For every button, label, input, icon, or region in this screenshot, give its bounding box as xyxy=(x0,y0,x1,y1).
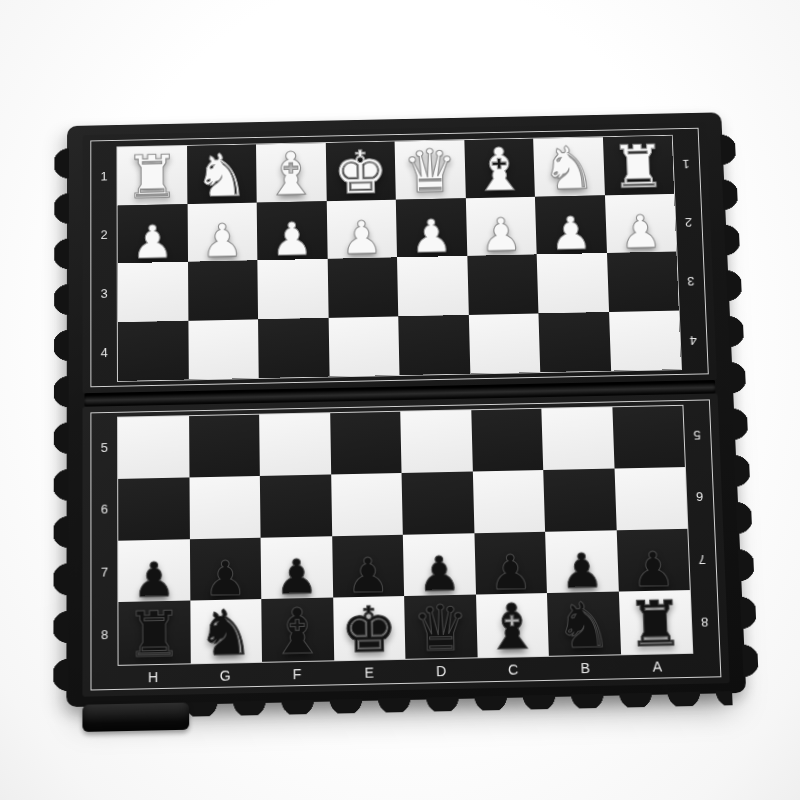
square-c8[interactable]: ♝ xyxy=(476,593,549,657)
black-rook[interactable]: ♜ xyxy=(126,603,183,667)
case-inner: 1 2 3 4 ♜♞♝♚♛♝♞♜♟♟♟♟♟♟♟♟ 1 2 3 4 xyxy=(82,122,729,697)
white-pawn[interactable]: ♟ xyxy=(619,208,663,254)
square-h6[interactable] xyxy=(118,477,189,540)
chess-set-scene: 1 2 3 4 ♜♞♝♚♛♝♞♜♟♟♟♟♟♟♟♟ 1 2 3 4 xyxy=(56,93,744,707)
black-king[interactable]: ♚ xyxy=(340,598,398,662)
white-knight[interactable]: ♞ xyxy=(540,138,597,198)
square-h4[interactable] xyxy=(118,320,189,381)
square-c4[interactable] xyxy=(468,313,540,374)
square-d8[interactable]: ♛ xyxy=(404,595,477,659)
square-g8[interactable]: ♞ xyxy=(190,599,262,663)
file-label-c: C xyxy=(508,662,520,676)
black-pawn[interactable]: ♟ xyxy=(204,554,247,602)
white-pawn[interactable]: ♟ xyxy=(131,219,173,265)
rank-label-1-mirrored: 1 xyxy=(683,157,691,169)
black-knight[interactable]: ♞ xyxy=(555,594,614,658)
square-c1[interactable]: ♝ xyxy=(464,139,535,198)
file-label-b: B xyxy=(580,660,591,674)
square-a5[interactable] xyxy=(612,406,685,468)
square-b2[interactable]: ♟ xyxy=(535,195,607,255)
square-h7[interactable]: ♟ xyxy=(118,539,190,603)
square-d3[interactable] xyxy=(397,256,468,316)
white-bishop[interactable]: ♝ xyxy=(471,139,527,199)
rank-label-5-mirrored: 5 xyxy=(694,429,702,442)
black-bishop[interactable]: ♝ xyxy=(483,595,541,659)
white-pawn[interactable]: ♟ xyxy=(340,214,383,260)
square-d5[interactable] xyxy=(400,410,472,473)
square-g1[interactable]: ♞ xyxy=(187,144,257,203)
black-pawn[interactable]: ♟ xyxy=(489,548,533,596)
board-bottom-half: 5 6 7 8 ♟♟♟♟♟♟♟♟♜♞♝♚♛♝♞♜ 5 6 7 8 xyxy=(82,393,729,696)
file-label-d: D xyxy=(436,663,447,677)
square-d6[interactable] xyxy=(402,471,474,534)
square-f7[interactable]: ♟ xyxy=(261,536,333,600)
white-king[interactable]: ♚ xyxy=(333,142,389,202)
square-c2[interactable]: ♟ xyxy=(465,196,536,256)
square-c6[interactable] xyxy=(472,470,545,533)
black-pawn[interactable]: ♟ xyxy=(417,550,461,598)
rank-label-8-mirrored: 8 xyxy=(701,615,709,628)
file-label-h: H xyxy=(148,669,159,683)
black-rook[interactable]: ♜ xyxy=(626,592,685,656)
square-e8[interactable]: ♚ xyxy=(333,596,406,660)
square-h2[interactable]: ♟ xyxy=(118,204,188,264)
square-f3[interactable] xyxy=(257,259,328,319)
square-a4[interactable] xyxy=(609,310,681,370)
square-f6[interactable] xyxy=(260,474,332,537)
square-c5[interactable] xyxy=(471,409,543,471)
square-b6[interactable] xyxy=(543,468,616,531)
square-f8[interactable]: ♝ xyxy=(261,598,333,662)
white-pawn[interactable]: ♟ xyxy=(549,210,592,256)
board-top-half: 1 2 3 4 ♜♞♝♚♛♝♞♜♟♟♟♟♟♟♟♟ 1 2 3 4 xyxy=(83,122,717,393)
square-g3[interactable] xyxy=(188,260,259,320)
square-b4[interactable] xyxy=(538,312,610,372)
square-e7[interactable]: ♟ xyxy=(332,534,404,598)
top-half-frame: 1 2 3 4 ♜♞♝♚♛♝♞♜♟♟♟♟♟♟♟♟ 1 2 3 4 xyxy=(90,128,708,388)
square-a2[interactable]: ♟ xyxy=(604,193,676,253)
square-c7[interactable]: ♟ xyxy=(474,531,547,595)
square-a3[interactable] xyxy=(606,252,678,312)
square-b8[interactable]: ♞ xyxy=(547,592,621,656)
black-pawn[interactable]: ♟ xyxy=(346,551,390,599)
square-e5[interactable] xyxy=(330,412,402,475)
black-queen[interactable]: ♛ xyxy=(412,597,470,661)
checkerboard-bottom-half: ♟♟♟♟♟♟♟♟♜♞♝♚♛♝♞♜ xyxy=(117,405,693,666)
white-knight[interactable]: ♞ xyxy=(194,145,249,205)
square-d2[interactable]: ♟ xyxy=(396,198,467,258)
rank-label-1: 1 xyxy=(100,170,107,182)
square-f1[interactable]: ♝ xyxy=(256,143,326,202)
rank-label-7: 7 xyxy=(101,565,108,578)
file-label-a: A xyxy=(652,659,663,673)
square-b5[interactable] xyxy=(541,407,614,469)
square-e3[interactable] xyxy=(327,257,398,317)
square-a7[interactable]: ♟ xyxy=(616,528,690,591)
square-a1[interactable]: ♜ xyxy=(602,136,674,195)
rank-label-4: 4 xyxy=(101,346,108,359)
square-g4[interactable] xyxy=(188,319,259,380)
rank-label-5: 5 xyxy=(101,441,108,454)
white-bishop[interactable]: ♝ xyxy=(263,144,319,204)
square-e4[interactable] xyxy=(328,316,399,377)
scalloped-left-edge xyxy=(53,141,69,697)
rank-label-2-mirrored: 2 xyxy=(685,216,693,228)
black-pawn[interactable]: ♟ xyxy=(133,556,176,604)
square-f4[interactable] xyxy=(258,317,329,378)
rank-label-3: 3 xyxy=(101,287,108,300)
white-queen[interactable]: ♛ xyxy=(402,141,458,201)
case-latch-tab xyxy=(82,703,189,732)
square-c3[interactable] xyxy=(467,254,539,314)
checkerboard-top-half: ♜♞♝♚♛♝♞♜♟♟♟♟♟♟♟♟ xyxy=(116,135,682,382)
white-pawn[interactable]: ♟ xyxy=(480,211,523,257)
rank-label-6: 6 xyxy=(101,503,108,516)
black-pawn[interactable]: ♟ xyxy=(560,547,604,595)
square-f5[interactable] xyxy=(259,413,331,476)
square-h8[interactable]: ♜ xyxy=(118,601,190,665)
square-d7[interactable]: ♟ xyxy=(403,533,476,597)
folding-chess-case: 1 2 3 4 ♜♞♝♚♛♝♞♜♟♟♟♟♟♟♟♟ 1 2 3 4 xyxy=(66,112,746,707)
rank-label-7-mirrored: 7 xyxy=(699,553,707,566)
square-h5[interactable] xyxy=(118,416,189,479)
square-g6[interactable] xyxy=(189,476,261,539)
rank-label-3-mirrored: 3 xyxy=(687,274,695,287)
square-g2[interactable]: ♟ xyxy=(187,202,257,262)
white-pawn[interactable]: ♟ xyxy=(201,217,243,263)
square-d4[interactable] xyxy=(398,314,470,375)
rank-label-2: 2 xyxy=(100,228,107,240)
file-label-g: G xyxy=(220,668,232,682)
square-b1[interactable]: ♞ xyxy=(533,137,604,196)
square-f2[interactable]: ♟ xyxy=(257,201,327,261)
bottom-half-frame: 5 6 7 8 ♟♟♟♟♟♟♟♟♜♞♝♚♛♝♞♜ 5 6 7 8 xyxy=(90,399,721,690)
rank-label-6-mirrored: 6 xyxy=(696,491,704,504)
white-rook[interactable]: ♜ xyxy=(610,136,667,196)
photo-background: 1 2 3 4 ♜♞♝♚♛♝♞♜♟♟♟♟♟♟♟♟ 1 2 3 4 xyxy=(0,0,800,800)
square-h3[interactable] xyxy=(118,262,188,322)
top-left-rank-labels: 1 2 3 4 xyxy=(91,146,117,382)
rank-label-8: 8 xyxy=(101,628,108,641)
square-b3[interactable] xyxy=(537,253,609,313)
white-rook[interactable]: ♜ xyxy=(125,147,180,207)
white-pawn[interactable]: ♟ xyxy=(271,216,314,262)
file-label-e: E xyxy=(364,665,375,679)
square-a8[interactable]: ♜ xyxy=(618,590,692,654)
file-label-f: F xyxy=(293,666,303,680)
black-pawn[interactable]: ♟ xyxy=(631,545,676,593)
square-e2[interactable]: ♟ xyxy=(326,199,397,259)
square-g7[interactable]: ♟ xyxy=(189,537,261,601)
square-g5[interactable] xyxy=(189,415,260,478)
square-e1[interactable]: ♚ xyxy=(325,142,395,201)
black-knight[interactable]: ♞ xyxy=(197,601,254,665)
square-d1[interactable]: ♛ xyxy=(395,140,466,199)
black-pawn[interactable]: ♟ xyxy=(275,553,319,601)
square-a6[interactable] xyxy=(614,467,687,530)
square-b7[interactable]: ♟ xyxy=(545,530,618,594)
white-pawn[interactable]: ♟ xyxy=(410,213,453,259)
square-e6[interactable] xyxy=(331,473,403,536)
black-bishop[interactable]: ♝ xyxy=(269,600,326,664)
rank-label-4-mirrored: 4 xyxy=(690,334,698,347)
square-h1[interactable]: ♜ xyxy=(117,146,187,205)
bottom-left-rank-labels: 5 6 7 8 xyxy=(91,417,117,667)
